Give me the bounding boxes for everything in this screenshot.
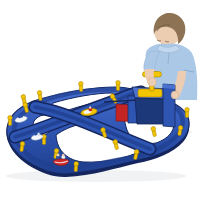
track-clip xyxy=(116,81,121,91)
product-photo-svg xyxy=(0,0,200,200)
track-clip xyxy=(185,108,190,118)
product-photo xyxy=(0,0,200,200)
tower-front xyxy=(135,98,165,124)
left-hand xyxy=(148,78,157,87)
tower-side-wall xyxy=(163,84,175,127)
track-clip xyxy=(8,116,13,126)
right-hand xyxy=(171,91,179,99)
